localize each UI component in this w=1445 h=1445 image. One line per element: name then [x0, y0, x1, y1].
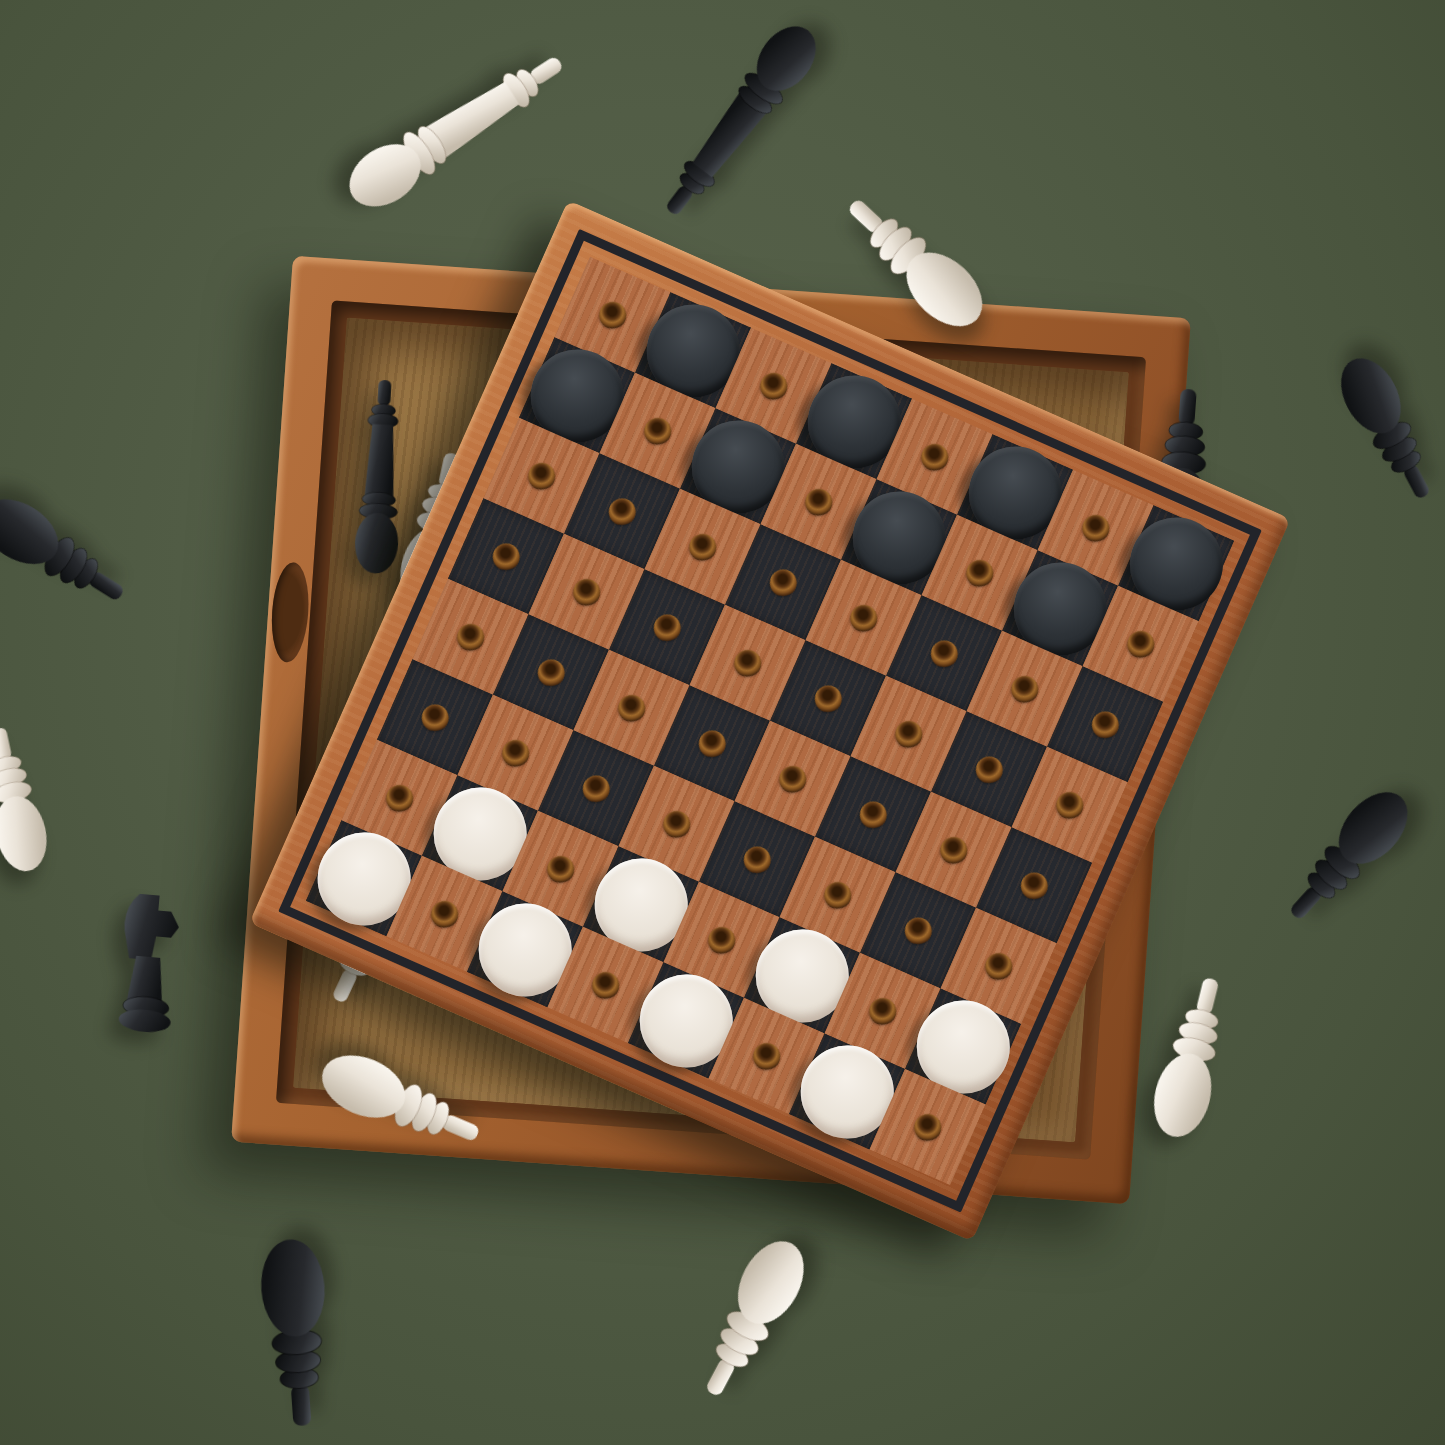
peg-hole — [524, 458, 560, 494]
peg-hole — [926, 636, 962, 672]
peg-hole — [417, 699, 453, 735]
peg-hole — [649, 609, 685, 645]
peg-hole — [910, 1109, 946, 1145]
peg-hole — [749, 1038, 785, 1074]
peg-hole — [936, 832, 972, 868]
peg-hole — [891, 716, 927, 752]
peg-hole — [595, 297, 631, 333]
black-knight-left[interactable] — [104, 882, 197, 1038]
peg-hole — [865, 993, 901, 1029]
peg-hole — [498, 735, 534, 771]
peg-hole — [765, 564, 801, 600]
peg-hole — [730, 645, 766, 681]
black-pawn-right-upper[interactable] — [1326, 344, 1445, 512]
peg-hole — [640, 413, 676, 449]
peg-hole — [659, 806, 695, 842]
peg-hole — [453, 619, 489, 655]
peg-hole — [900, 913, 936, 949]
black-pawn-bottom-left[interactable] — [255, 1234, 336, 1430]
peg-hole — [1016, 868, 1052, 904]
peg-hole — [855, 797, 891, 833]
peg-hole — [488, 538, 524, 574]
peg-hole — [981, 948, 1017, 984]
peg-hole — [694, 726, 730, 762]
black-pawn-right-middle[interactable] — [1271, 775, 1425, 936]
peg-hole — [685, 529, 721, 565]
peg-hole — [588, 967, 624, 1003]
black-tall-piece-top[interactable] — [645, 8, 834, 232]
white-pawn-left-edge[interactable] — [0, 721, 56, 879]
peg-hole — [427, 896, 463, 932]
peg-hole — [1078, 510, 1114, 546]
white-pawn-bottom-right[interactable] — [1143, 969, 1241, 1146]
peg-hole — [614, 690, 650, 726]
peg-hole — [810, 681, 846, 717]
peg-hole — [962, 555, 998, 591]
peg-hole — [917, 439, 953, 475]
peg-hole — [578, 771, 614, 807]
peg-hole — [801, 484, 837, 520]
white-tall-piece-top-left[interactable] — [330, 33, 579, 226]
peg-hole — [704, 922, 740, 958]
peg-hole — [971, 752, 1007, 788]
peg-hole — [1007, 671, 1043, 707]
scene — [0, 0, 1445, 1445]
peg-hole — [533, 654, 569, 690]
peg-hole — [1123, 626, 1159, 662]
black-tall-piece-in-tray-left[interactable] — [349, 377, 410, 579]
white-pawn-bottom-center[interactable] — [684, 1226, 821, 1410]
peg-hole — [1052, 787, 1088, 823]
peg-hole — [543, 851, 579, 887]
peg-hole — [820, 877, 856, 913]
peg-hole — [569, 574, 605, 610]
tray-finger-notch — [269, 561, 312, 663]
peg-hole — [1087, 707, 1123, 743]
peg-hole — [756, 368, 792, 404]
peg-hole — [775, 761, 811, 797]
peg-hole — [739, 842, 775, 878]
peg-hole — [382, 780, 418, 816]
peg-hole — [604, 493, 640, 529]
peg-hole — [846, 600, 882, 636]
black-pawn-left-edge[interactable] — [0, 482, 139, 621]
